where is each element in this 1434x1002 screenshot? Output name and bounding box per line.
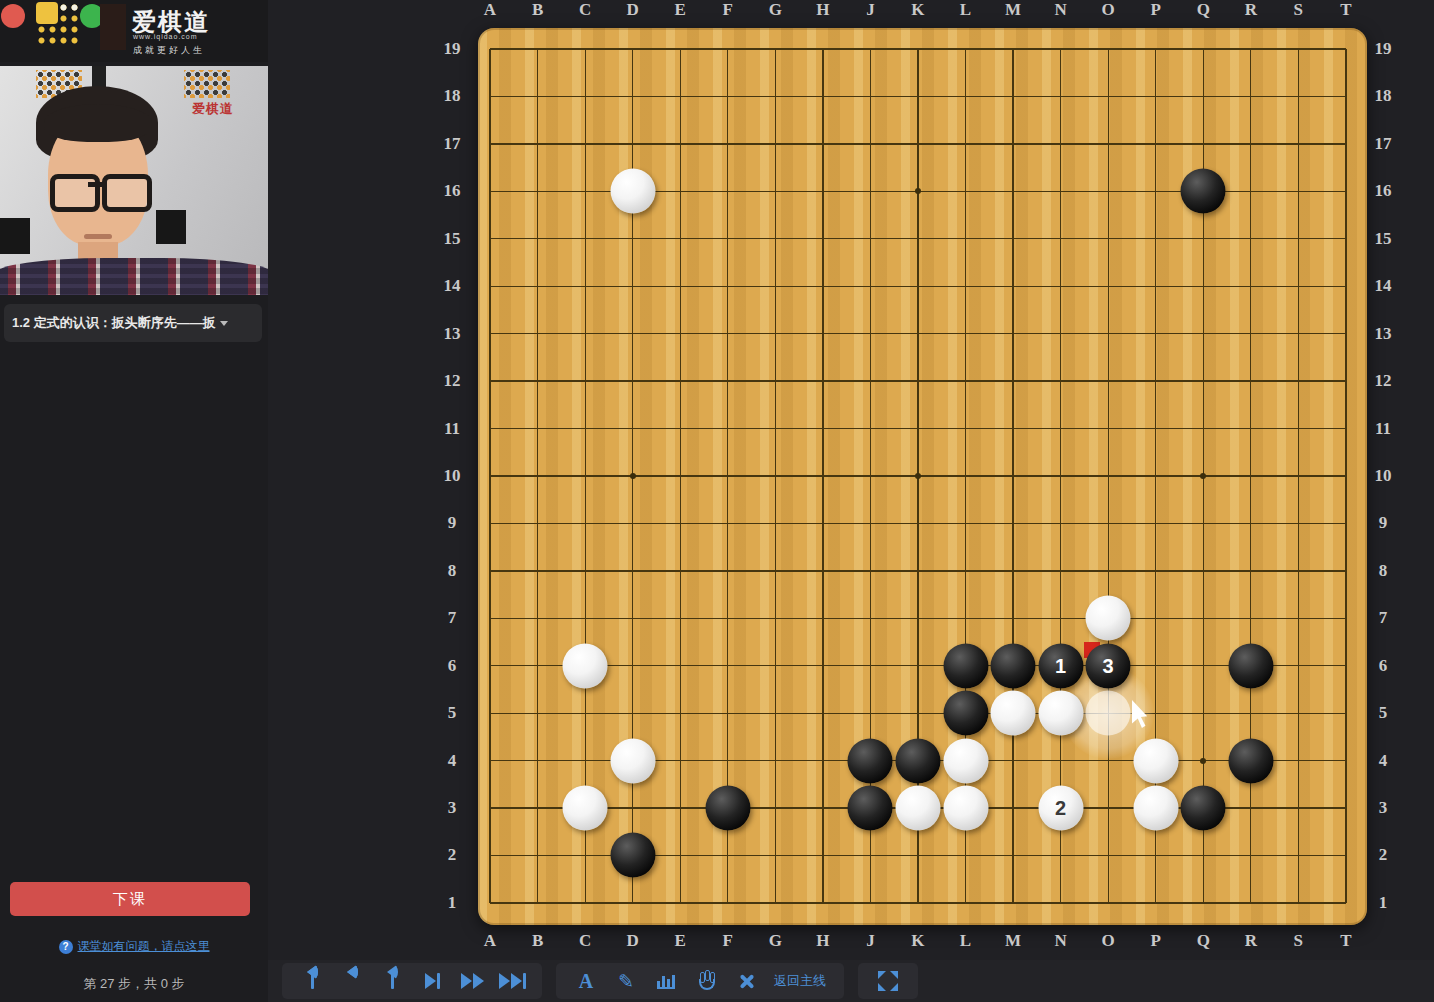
- grid-line-h: [490, 618, 1346, 619]
- stop-bar-icon: [523, 973, 526, 989]
- stone-black-q3[interactable]: [1181, 786, 1226, 831]
- coord-top-h: H: [816, 0, 829, 20]
- coord-top-j: J: [866, 0, 875, 20]
- coord-right-12: 12: [1375, 371, 1392, 391]
- hand-tool[interactable]: [686, 965, 726, 997]
- stone-black-j3[interactable]: [848, 786, 893, 831]
- backdrop-brand-text: 爱棋道: [192, 100, 234, 118]
- teacher-webcam-video: 爱棋道: [0, 66, 268, 295]
- brand-dots-logo: [36, 2, 80, 48]
- coord-right-3: 3: [1379, 798, 1388, 818]
- stone-black-n6[interactable]: 1: [1038, 643, 1083, 688]
- coord-left-9: 9: [448, 513, 457, 533]
- coord-right-18: 18: [1375, 86, 1392, 106]
- person-plaid-shirt: [0, 258, 268, 295]
- star-point-q4: [1200, 758, 1206, 764]
- coord-bottom-h: H: [816, 931, 829, 951]
- stone-white-l4[interactable]: [943, 738, 988, 783]
- coord-bottom-f: F: [723, 931, 733, 951]
- help-link[interactable]: 课堂如有问题，请点这里: [78, 938, 210, 955]
- person-fringe: [44, 104, 152, 142]
- coord-bottom-c: C: [579, 931, 591, 951]
- coord-left-12: 12: [444, 371, 461, 391]
- brush-tool[interactable]: ✎: [606, 965, 646, 997]
- coord-top-n: N: [1054, 0, 1066, 20]
- coord-top-c: C: [579, 0, 591, 20]
- chevron-down-icon: [220, 321, 228, 326]
- brush-icon: ✎: [618, 970, 634, 993]
- triangle-left-icon: [347, 964, 358, 980]
- triangle-left-icon: [307, 964, 318, 980]
- coord-left-17: 17: [444, 134, 461, 154]
- coord-left-8: 8: [448, 561, 457, 581]
- grid-line-v: [1012, 49, 1013, 903]
- coord-bottom-e: E: [675, 931, 686, 951]
- coord-left-2: 2: [448, 845, 457, 865]
- sidebar: 爱棋道 www.iqidao.com 成就更好人生 爱棋道 1.2 定式的认识：…: [0, 0, 268, 1002]
- coord-left-13: 13: [444, 324, 461, 344]
- coord-right-16: 16: [1375, 181, 1392, 201]
- glasses-left-lens: [50, 174, 100, 212]
- coord-top-a: A: [484, 0, 496, 20]
- lesson-title: 1.2 定式的认识：扳头断序先——扳: [12, 314, 216, 332]
- stone-white-k3[interactable]: [895, 786, 940, 831]
- coord-top-s: S: [1294, 0, 1303, 20]
- coord-top-m: M: [1005, 0, 1021, 20]
- move-number-label: 1: [1055, 654, 1066, 677]
- text-annotation-tool[interactable]: A: [566, 965, 606, 997]
- coord-left-15: 15: [444, 229, 461, 249]
- brand-url: www.iqidao.com: [133, 33, 198, 40]
- stone-white-o7[interactable]: [1086, 596, 1131, 641]
- grid-line-h: [490, 902, 1346, 903]
- triangle-right-icon: [511, 973, 522, 989]
- coord-left-6: 6: [448, 656, 457, 676]
- coord-bottom-r: R: [1245, 931, 1257, 951]
- coord-right-14: 14: [1375, 276, 1392, 296]
- brand-logo-block: [100, 4, 126, 50]
- star-point-q10: [1200, 473, 1206, 479]
- window-close-button[interactable]: [1, 4, 25, 28]
- bottom-toolbar: A ✎ 返回主线: [268, 960, 1434, 1002]
- stone-white-m5[interactable]: [991, 691, 1036, 736]
- coord-left-1: 1: [448, 893, 457, 913]
- triangle-right-icon: [461, 973, 472, 989]
- coord-bottom-j: J: [866, 931, 875, 951]
- question-mark-icon: ?: [59, 940, 73, 954]
- person-mouth: [84, 234, 112, 239]
- clear-annotations-tool[interactable]: [726, 965, 766, 997]
- star-point-k10: [915, 473, 921, 479]
- close-icon: [739, 974, 754, 989]
- stone-white-p3[interactable]: [1133, 786, 1178, 831]
- move-counter: 第 27 步，共 0 步: [0, 975, 268, 993]
- coord-bottom-b: B: [532, 931, 543, 951]
- coord-top-f: F: [723, 0, 733, 20]
- coord-top-o: O: [1102, 0, 1115, 20]
- stone-black-j4[interactable]: [848, 738, 893, 783]
- stop-bar-icon: [437, 973, 440, 989]
- app-window: 爱棋道 www.iqidao.com 成就更好人生 爱棋道 1.2 定式的认识：…: [0, 0, 1434, 1002]
- stone-white-c3[interactable]: [563, 786, 608, 831]
- stone-white-n5[interactable]: [1038, 691, 1083, 736]
- app-header: 爱棋道 www.iqidao.com 成就更好人生: [0, 0, 268, 62]
- stone-white-l3[interactable]: [943, 786, 988, 831]
- ghost-stone-o5[interactable]: [1086, 691, 1131, 736]
- coord-right-13: 13: [1375, 324, 1392, 344]
- stone-black-r6[interactable]: [1228, 643, 1273, 688]
- bar-chart-icon: [657, 973, 675, 989]
- step-forward-button[interactable]: [412, 965, 452, 997]
- stone-black-o6[interactable]: 3: [1086, 643, 1131, 688]
- coord-top-l: L: [960, 0, 971, 20]
- coord-bottom-l: L: [960, 931, 971, 951]
- stone-white-d4[interactable]: [610, 738, 655, 783]
- go-board[interactable]: 132: [478, 28, 1367, 925]
- coord-right-17: 17: [1375, 134, 1392, 154]
- coord-right-1: 1: [1379, 893, 1388, 913]
- hand-icon: [697, 972, 715, 990]
- coord-bottom-g: G: [769, 931, 782, 951]
- grid-line-v: [1298, 49, 1299, 903]
- coord-left-16: 16: [444, 181, 461, 201]
- triangle-right-icon: [499, 973, 510, 989]
- glasses-bridge: [88, 182, 104, 187]
- coord-top-d: D: [627, 0, 639, 20]
- coord-right-19: 19: [1375, 39, 1392, 59]
- coord-right-8: 8: [1379, 561, 1388, 581]
- coord-bottom-a: A: [484, 931, 496, 951]
- backdrop-dots: [184, 70, 230, 98]
- coord-left-10: 10: [444, 466, 461, 486]
- grid-line-h: [490, 523, 1346, 524]
- coord-bottom-t: T: [1340, 931, 1351, 951]
- coord-right-4: 4: [1379, 751, 1388, 771]
- coord-right-11: 11: [1375, 419, 1391, 439]
- triangle-right-icon: [473, 973, 484, 989]
- stone-black-q16[interactable]: [1181, 169, 1226, 214]
- coord-right-6: 6: [1379, 656, 1388, 676]
- star-point-d10: [630, 473, 636, 479]
- nav-button-group: [282, 963, 542, 999]
- coord-bottom-m: M: [1005, 931, 1021, 951]
- coord-top-p: P: [1150, 0, 1160, 20]
- brand-slogan: 成就更好人生: [133, 44, 205, 57]
- coord-left-14: 14: [444, 276, 461, 296]
- coord-right-5: 5: [1379, 703, 1388, 723]
- fullscreen-button[interactable]: [868, 965, 908, 997]
- grid-line-h: [490, 713, 1346, 714]
- step-back-button[interactable]: [372, 965, 412, 997]
- coord-left-4: 4: [448, 751, 457, 771]
- coord-top-q: Q: [1197, 0, 1210, 20]
- coord-top-k: K: [911, 0, 924, 20]
- coord-right-15: 15: [1375, 229, 1392, 249]
- grid-line-v: [1060, 49, 1061, 903]
- stone-white-c6[interactable]: [563, 643, 608, 688]
- coord-top-b: B: [532, 0, 543, 20]
- coord-bottom-d: D: [627, 931, 639, 951]
- move-number-label: 3: [1103, 654, 1114, 677]
- triangle-right-icon: [425, 973, 436, 989]
- grid-line-h: [490, 665, 1346, 666]
- stone-white-n3[interactable]: 2: [1038, 786, 1083, 831]
- stone-black-k4[interactable]: [895, 738, 940, 783]
- fullscreen-group: [858, 963, 918, 999]
- star-point-k16: [915, 188, 921, 194]
- coord-bottom-p: P: [1150, 931, 1160, 951]
- coord-left-7: 7: [448, 608, 457, 628]
- stone-black-l6[interactable]: [943, 643, 988, 688]
- move-number-label: 2: [1055, 797, 1066, 820]
- coord-right-9: 9: [1379, 513, 1388, 533]
- stone-white-d16[interactable]: [610, 169, 655, 214]
- stone-black-f3[interactable]: [705, 786, 750, 831]
- coord-left-19: 19: [444, 39, 461, 59]
- stone-white-p4[interactable]: [1133, 738, 1178, 783]
- coord-bottom-n: N: [1054, 931, 1066, 951]
- fast-forward-button[interactable]: [452, 965, 492, 997]
- lesson-title-bar[interactable]: 1.2 定式的认识：扳头断序先——扳: [4, 304, 262, 342]
- letter-a-icon: A: [579, 970, 593, 993]
- grid-line-v: [1108, 49, 1109, 903]
- backdrop-square: [0, 218, 30, 254]
- fullscreen-expand-icon: [878, 971, 898, 991]
- coord-bottom-s: S: [1294, 931, 1303, 951]
- grid-line-v: [1345, 49, 1346, 903]
- glasses-right-lens: [102, 174, 152, 212]
- stone-black-m6[interactable]: [991, 643, 1036, 688]
- fast-rewind-button[interactable]: [332, 965, 372, 997]
- chart-tool[interactable]: [646, 965, 686, 997]
- tool-button-group: A ✎ 返回主线: [556, 963, 844, 999]
- coord-bottom-k: K: [911, 931, 924, 951]
- coord-right-7: 7: [1379, 608, 1388, 628]
- stone-black-d2[interactable]: [610, 833, 655, 878]
- grid-line-h: [490, 570, 1346, 571]
- coord-top-t: T: [1340, 0, 1351, 20]
- coord-top-g: G: [769, 0, 782, 20]
- go-end-button[interactable]: [492, 965, 532, 997]
- coord-left-5: 5: [448, 703, 457, 723]
- coord-left-11: 11: [444, 419, 460, 439]
- coord-left-18: 18: [444, 86, 461, 106]
- backdrop-square: [156, 210, 186, 244]
- coord-right-10: 10: [1375, 466, 1392, 486]
- coord-bottom-q: Q: [1197, 931, 1210, 951]
- return-main-line-button[interactable]: 返回主线: [774, 972, 826, 990]
- coord-right-2: 2: [1379, 845, 1388, 865]
- triangle-left-icon: [387, 964, 398, 980]
- go-start-button[interactable]: [292, 965, 332, 997]
- stone-black-l5[interactable]: [943, 691, 988, 736]
- end-class-button[interactable]: 下课: [10, 882, 250, 916]
- coord-bottom-o: O: [1102, 931, 1115, 951]
- coord-top-e: E: [675, 0, 686, 20]
- help-row[interactable]: ? 课堂如有问题，请点这里: [0, 938, 268, 955]
- stone-black-r4[interactable]: [1228, 738, 1273, 783]
- coord-left-3: 3: [448, 798, 457, 818]
- coord-top-r: R: [1245, 0, 1257, 20]
